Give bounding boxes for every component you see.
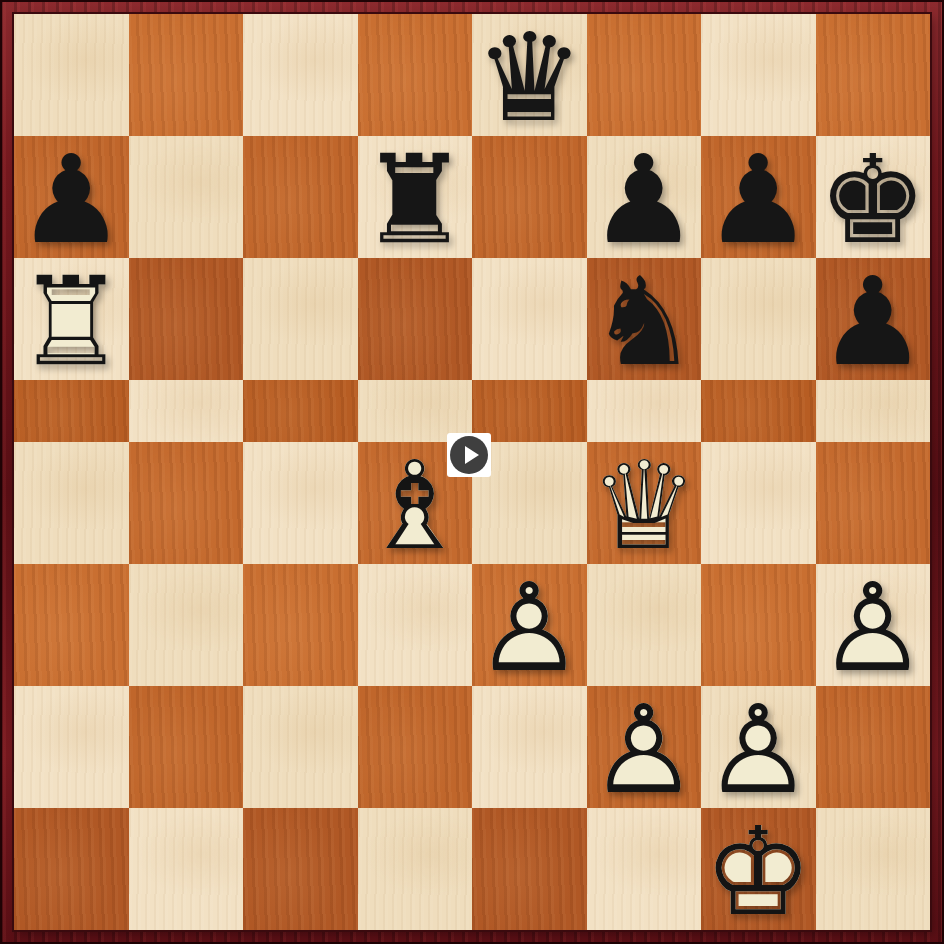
- square-d3[interactable]: [358, 564, 473, 686]
- chessboard-frame: ♛♟♜♟♟♚♜♖♞♟♝♗♛♕♟♙♟♙♟♙♟♙♚♔: [0, 0, 944, 944]
- square-e8[interactable]: ♛: [472, 14, 587, 136]
- square-h6[interactable]: ♟: [816, 258, 931, 380]
- piece-white-pawn[interactable]: ♟♙: [475, 567, 584, 689]
- square-h2[interactable]: [816, 686, 931, 808]
- square-d2[interactable]: [358, 686, 473, 808]
- play-icon: [450, 436, 488, 474]
- square-a2[interactable]: [14, 686, 129, 808]
- square-b5[interactable]: [129, 380, 244, 442]
- piece-white-rook[interactable]: ♜♖: [17, 261, 126, 383]
- square-c5[interactable]: [243, 380, 358, 442]
- square-f1[interactable]: [587, 808, 702, 930]
- square-h1[interactable]: [816, 808, 931, 930]
- play-button[interactable]: [447, 433, 491, 477]
- square-c3[interactable]: [243, 564, 358, 686]
- piece-white-king[interactable]: ♚♔: [704, 811, 813, 933]
- piece-black-pawn[interactable]: ♟: [818, 261, 927, 383]
- square-g5[interactable]: [701, 380, 816, 442]
- square-a3[interactable]: [14, 564, 129, 686]
- square-h4[interactable]: [816, 442, 931, 564]
- square-d1[interactable]: [358, 808, 473, 930]
- square-d6[interactable]: [358, 258, 473, 380]
- square-h3[interactable]: ♟♙: [816, 564, 931, 686]
- square-e6[interactable]: [472, 258, 587, 380]
- square-g1[interactable]: ♚♔: [701, 808, 816, 930]
- square-f6[interactable]: ♞: [587, 258, 702, 380]
- square-b8[interactable]: [129, 14, 244, 136]
- piece-black-queen[interactable]: ♛: [475, 17, 584, 139]
- piece-black-rook[interactable]: ♜: [360, 139, 469, 261]
- piece-black-king[interactable]: ♚: [818, 139, 927, 261]
- square-a6[interactable]: ♜♖: [14, 258, 129, 380]
- piece-black-pawn[interactable]: ♟: [17, 139, 126, 261]
- square-h8[interactable]: [816, 14, 931, 136]
- square-b4[interactable]: [129, 442, 244, 564]
- piece-white-pawn[interactable]: ♟♙: [589, 689, 698, 811]
- square-d8[interactable]: [358, 14, 473, 136]
- square-c8[interactable]: [243, 14, 358, 136]
- piece-black-knight[interactable]: ♞: [589, 261, 698, 383]
- square-b2[interactable]: [129, 686, 244, 808]
- square-c4[interactable]: [243, 442, 358, 564]
- square-c6[interactable]: [243, 258, 358, 380]
- play-triangle-icon: [465, 446, 479, 464]
- square-g6[interactable]: [701, 258, 816, 380]
- piece-white-queen[interactable]: ♛♕: [589, 445, 698, 567]
- square-a8[interactable]: [14, 14, 129, 136]
- square-c7[interactable]: [243, 136, 358, 258]
- square-a4[interactable]: [14, 442, 129, 564]
- square-g7[interactable]: ♟: [701, 136, 816, 258]
- square-g2[interactable]: ♟♙: [701, 686, 816, 808]
- square-g3[interactable]: [701, 564, 816, 686]
- square-f4[interactable]: ♛♕: [587, 442, 702, 564]
- square-f2[interactable]: ♟♙: [587, 686, 702, 808]
- piece-white-pawn[interactable]: ♟♙: [704, 689, 813, 811]
- square-c2[interactable]: [243, 686, 358, 808]
- piece-black-pawn[interactable]: ♟: [589, 139, 698, 261]
- square-g8[interactable]: [701, 14, 816, 136]
- square-h7[interactable]: ♚: [816, 136, 931, 258]
- square-b7[interactable]: [129, 136, 244, 258]
- square-e3[interactable]: ♟♙: [472, 564, 587, 686]
- square-a1[interactable]: [14, 808, 129, 930]
- square-f3[interactable]: [587, 564, 702, 686]
- square-a7[interactable]: ♟: [14, 136, 129, 258]
- square-b6[interactable]: [129, 258, 244, 380]
- piece-black-pawn[interactable]: ♟: [704, 139, 813, 261]
- square-e1[interactable]: [472, 808, 587, 930]
- square-d7[interactable]: ♜: [358, 136, 473, 258]
- square-e2[interactable]: [472, 686, 587, 808]
- square-f7[interactable]: ♟: [587, 136, 702, 258]
- piece-white-pawn[interactable]: ♟♙: [818, 567, 927, 689]
- square-b3[interactable]: [129, 564, 244, 686]
- square-c1[interactable]: [243, 808, 358, 930]
- square-e7[interactable]: [472, 136, 587, 258]
- square-f8[interactable]: [587, 14, 702, 136]
- square-g4[interactable]: [701, 442, 816, 564]
- square-b1[interactable]: [129, 808, 244, 930]
